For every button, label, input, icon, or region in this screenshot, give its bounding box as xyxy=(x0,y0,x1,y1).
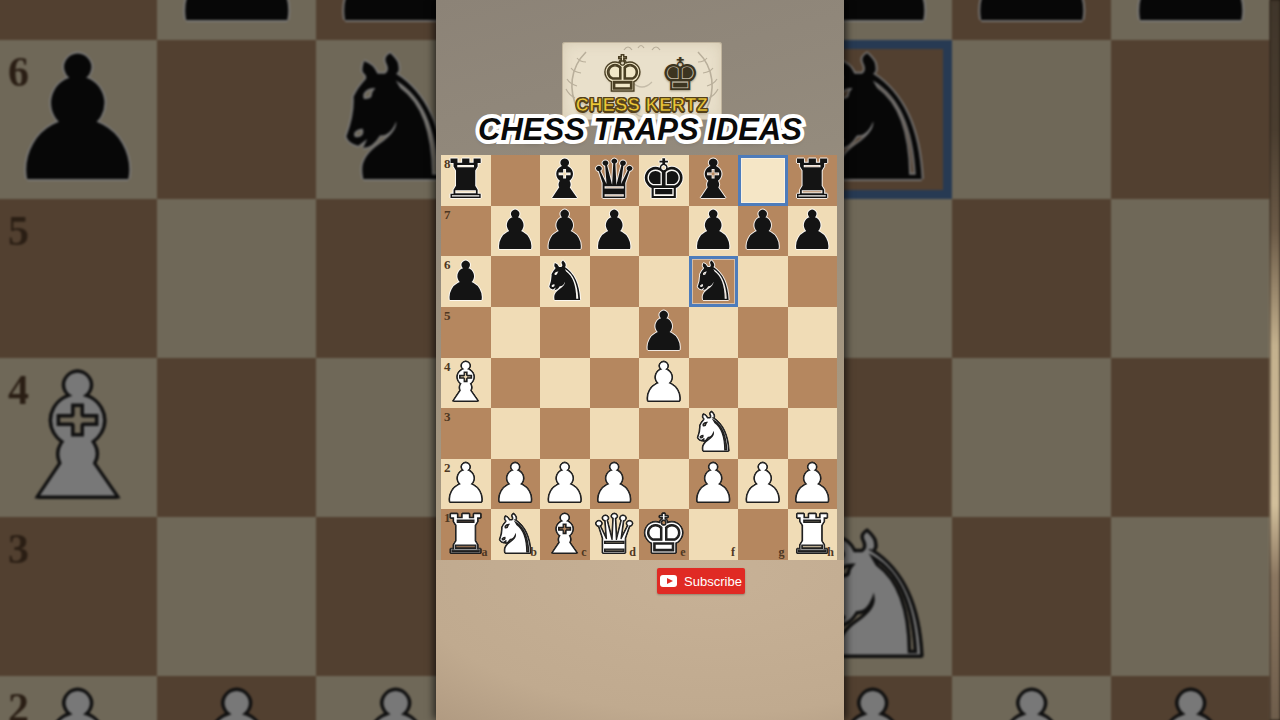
bg-piece-white-pawn-h2: ♟ xyxy=(1113,670,1267,720)
bg-rank-label-5: 5 xyxy=(8,207,29,255)
bg-square-g5 xyxy=(952,199,1111,358)
piece-black-pawn-g7[interactable]: ♟ xyxy=(739,204,787,258)
square-e4[interactable]: ♟ xyxy=(639,358,689,409)
bg-square-a2: 2♟ xyxy=(0,676,157,720)
square-d2[interactable]: ♟ xyxy=(590,459,640,510)
rank-label-1: 1 xyxy=(444,510,451,526)
logo-white-king-icon: ♚ xyxy=(600,49,645,99)
file-label-a: a xyxy=(482,545,488,560)
bg-square-h7: ♟ xyxy=(1111,0,1270,40)
video-title: CHESS TRAPS IDEAS CHESS TRAPS IDEAS xyxy=(436,112,844,148)
square-h7[interactable]: ♟ xyxy=(788,206,838,257)
square-d4[interactable] xyxy=(590,358,640,409)
bg-square-b3 xyxy=(157,517,316,676)
bg-piece-white-pawn-b2: ♟ xyxy=(159,670,313,720)
bg-rank-label-2: 2 xyxy=(8,684,29,720)
piece-white-pawn-e4[interactable]: ♟ xyxy=(640,356,688,410)
bg-square-h3 xyxy=(1111,517,1270,676)
bg-square-g3 xyxy=(952,517,1111,676)
square-f5[interactable] xyxy=(689,307,739,358)
square-c6[interactable]: ♞ xyxy=(540,256,590,307)
square-c2[interactable]: ♟ xyxy=(540,459,590,510)
bg-square-b4 xyxy=(157,358,316,517)
square-a5[interactable]: 5 xyxy=(441,307,491,358)
rank-label-5: 5 xyxy=(444,308,451,324)
square-b7[interactable]: ♟ xyxy=(491,206,541,257)
piece-black-knight-c6[interactable]: ♞ xyxy=(541,255,589,309)
square-h1[interactable]: h♜ xyxy=(788,509,838,560)
piece-black-knight-f6[interactable]: ♞ xyxy=(689,255,737,309)
square-b5[interactable] xyxy=(491,307,541,358)
square-e8[interactable]: ♚ xyxy=(639,155,689,206)
video-title-text: CHESS TRAPS IDEAS xyxy=(436,112,844,148)
bg-square-a3: 3 xyxy=(0,517,157,676)
piece-white-pawn-f2[interactable]: ♟ xyxy=(689,457,737,511)
bg-square-g6 xyxy=(952,40,1111,199)
bg-rank-label-3: 3 xyxy=(8,525,29,573)
square-e7[interactable] xyxy=(639,206,689,257)
bg-rank-label-6: 6 xyxy=(8,48,29,96)
square-a2[interactable]: 2♟ xyxy=(441,459,491,510)
video-bottom-area xyxy=(436,560,844,720)
bg-square-b5 xyxy=(157,199,316,358)
square-h6[interactable] xyxy=(788,256,838,307)
square-b4[interactable] xyxy=(491,358,541,409)
rank-label-7: 7 xyxy=(444,207,451,223)
square-e3[interactable] xyxy=(639,408,689,459)
square-g6[interactable] xyxy=(738,256,788,307)
bg-piece-white-pawn-g2: ♟ xyxy=(954,670,1108,720)
square-b2[interactable]: ♟ xyxy=(491,459,541,510)
square-h5[interactable] xyxy=(788,307,838,358)
square-e5[interactable]: ♟ xyxy=(639,307,689,358)
bg-square-g7: ♟ xyxy=(952,0,1111,40)
piece-black-king-e8[interactable]: ♚ xyxy=(640,153,688,207)
square-h4[interactable] xyxy=(788,358,838,409)
square-f1[interactable]: f xyxy=(689,509,739,560)
square-a1[interactable]: 1a♜ xyxy=(441,509,491,560)
bg-square-b6 xyxy=(157,40,316,199)
rank-label-2: 2 xyxy=(444,460,451,476)
square-c4[interactable] xyxy=(540,358,590,409)
file-label-e: e xyxy=(680,545,685,560)
square-f2[interactable]: ♟ xyxy=(689,459,739,510)
piece-white-pawn-g2[interactable]: ♟ xyxy=(739,457,787,511)
square-c7[interactable]: ♟ xyxy=(540,206,590,257)
youtube-play-icon xyxy=(660,575,677,587)
square-f6[interactable]: ♞ xyxy=(689,256,739,307)
square-b1[interactable]: b♞ xyxy=(491,509,541,560)
rank-label-3: 3 xyxy=(444,409,451,425)
file-label-h: h xyxy=(827,545,834,560)
square-h2[interactable]: ♟ xyxy=(788,459,838,510)
video-frame: 8♜♝♛♚♝♜7♟♟♟♟♟♟6♟♞♞5♟4♝♟3♞2♟♟♟♟♟♟♟1♜♞♝♛♚♜… xyxy=(0,0,1280,720)
piece-black-pawn-d7[interactable]: ♟ xyxy=(590,204,638,258)
bg-square-h6 xyxy=(1111,40,1270,199)
square-c1[interactable]: c♝ xyxy=(540,509,590,560)
bg-square-b7: ♟ xyxy=(157,0,316,40)
background-edge-strip xyxy=(1270,0,1280,720)
file-label-d: d xyxy=(629,545,636,560)
bg-square-a5: 5 xyxy=(0,199,157,358)
rank-label-4: 4 xyxy=(444,359,451,375)
square-d7[interactable]: ♟ xyxy=(590,206,640,257)
video-column: ♚ ♚ CHESS KERTZ CHESS TRAPS IDEAS CHESS … xyxy=(436,0,844,720)
square-a7[interactable]: 7 xyxy=(441,206,491,257)
square-e2[interactable] xyxy=(639,459,689,510)
channel-logo-banner: ♚ ♚ CHESS KERTZ xyxy=(562,42,722,120)
square-d6[interactable] xyxy=(590,256,640,307)
file-label-c: c xyxy=(581,545,586,560)
chess-board: 8♜♝♛♚♝♜7♟♟♟♟♟♟6♟♞♞5♟4♝♟3♞2♟♟♟♟♟♟♟1a♜b♞c♝… xyxy=(441,155,837,560)
bg-square-g2: ♟ xyxy=(952,676,1111,720)
subscribe-button[interactable]: Subscribe xyxy=(657,568,745,594)
square-g2[interactable]: ♟ xyxy=(738,459,788,510)
piece-black-pawn-b7[interactable]: ♟ xyxy=(491,204,539,258)
square-e1[interactable]: e♚ xyxy=(639,509,689,560)
file-label-b: b xyxy=(530,545,537,560)
square-g5[interactable] xyxy=(738,307,788,358)
square-a8[interactable]: 8♜ xyxy=(441,155,491,206)
subscribe-label: Subscribe xyxy=(684,574,742,589)
bg-square-h4 xyxy=(1111,358,1270,517)
piece-black-pawn-h7[interactable]: ♟ xyxy=(788,204,836,258)
square-a4[interactable]: 4♝ xyxy=(441,358,491,409)
square-g1[interactable]: g xyxy=(738,509,788,560)
bg-square-h5 xyxy=(1111,199,1270,358)
bg-square-h2: ♟ xyxy=(1111,676,1270,720)
square-f7[interactable]: ♟ xyxy=(689,206,739,257)
bg-square-a4: 4♝ xyxy=(0,358,157,517)
square-g7[interactable]: ♟ xyxy=(738,206,788,257)
square-c5[interactable] xyxy=(540,307,590,358)
bg-square-a6: 6♟ xyxy=(0,40,157,199)
square-g4[interactable] xyxy=(738,358,788,409)
rank-label-8: 8 xyxy=(444,156,451,172)
rank-label-6: 6 xyxy=(444,257,451,273)
file-label-g: g xyxy=(779,545,785,560)
square-a6[interactable]: 6♟ xyxy=(441,256,491,307)
file-label-f: f xyxy=(731,545,735,560)
bg-square-g4 xyxy=(952,358,1111,517)
square-d1[interactable]: d♛ xyxy=(590,509,640,560)
bg-rank-label-4: 4 xyxy=(8,366,29,414)
square-d5[interactable] xyxy=(590,307,640,358)
square-b6[interactable] xyxy=(491,256,541,307)
logo-black-king-icon: ♚ xyxy=(660,52,700,97)
bg-square-b2: ♟ xyxy=(157,676,316,720)
